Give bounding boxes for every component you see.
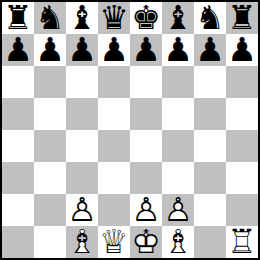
square-a7[interactable]: ♟ (2, 34, 34, 66)
white-piece-fill: ♝ (162, 226, 194, 258)
white-king-icon: ♔ (130, 226, 162, 258)
square-d7[interactable]: ♟ (98, 34, 130, 66)
piece-black-rook: ♜ (2, 2, 34, 34)
square-h5[interactable] (226, 98, 258, 130)
black-rook-icon: ♜ (2, 2, 34, 34)
square-g1[interactable] (194, 226, 226, 258)
square-d1[interactable]: ♛♕ (98, 226, 130, 258)
square-g6[interactable] (194, 66, 226, 98)
square-c3[interactable] (66, 162, 98, 194)
white-pawn-icon: ♙ (130, 194, 162, 226)
square-h8[interactable]: ♜ (226, 2, 258, 34)
piece-white-pawn: ♟♙ (130, 194, 162, 226)
piece-black-pawn: ♟ (226, 34, 258, 66)
piece-black-bishop: ♝ (66, 2, 98, 34)
square-e4[interactable] (130, 130, 162, 162)
square-f3[interactable] (162, 162, 194, 194)
white-piece-fill: ♟ (162, 194, 194, 226)
square-b3[interactable] (34, 162, 66, 194)
chess-board: ♜♞♝♛♚♝♞♜♟♟♟♟♟♟♟♟♟♙♟♙♟♙♝♗♛♕♚♔♝♗♜♖ (0, 0, 260, 260)
square-f4[interactable] (162, 130, 194, 162)
square-a8[interactable]: ♜ (2, 2, 34, 34)
white-piece-fill: ♚ (130, 226, 162, 258)
square-d6[interactable] (98, 66, 130, 98)
square-f5[interactable] (162, 98, 194, 130)
square-e5[interactable] (130, 98, 162, 130)
square-h2[interactable] (226, 194, 258, 226)
square-b1[interactable] (34, 226, 66, 258)
piece-white-pawn: ♟♙ (66, 194, 98, 226)
black-pawn-icon: ♟ (130, 34, 162, 66)
black-pawn-icon: ♟ (162, 34, 194, 66)
black-pawn-icon: ♟ (226, 34, 258, 66)
black-pawn-icon: ♟ (2, 34, 34, 66)
black-pawn-icon: ♟ (34, 34, 66, 66)
square-d4[interactable] (98, 130, 130, 162)
piece-black-knight: ♞ (34, 2, 66, 34)
white-bishop-icon: ♗ (66, 226, 98, 258)
square-a3[interactable] (2, 162, 34, 194)
square-c8[interactable]: ♝ (66, 2, 98, 34)
black-pawn-icon: ♟ (98, 34, 130, 66)
piece-black-bishop: ♝ (162, 2, 194, 34)
piece-white-queen: ♛♕ (98, 226, 130, 258)
square-g8[interactable]: ♞ (194, 2, 226, 34)
square-g4[interactable] (194, 130, 226, 162)
square-d3[interactable] (98, 162, 130, 194)
black-rook-icon: ♜ (226, 2, 258, 34)
black-knight-icon: ♞ (194, 2, 226, 34)
square-c2[interactable]: ♟♙ (66, 194, 98, 226)
piece-black-pawn: ♟ (98, 34, 130, 66)
square-f7[interactable]: ♟ (162, 34, 194, 66)
white-pawn-icon: ♙ (66, 194, 98, 226)
square-b4[interactable] (34, 130, 66, 162)
square-b5[interactable] (34, 98, 66, 130)
square-a4[interactable] (2, 130, 34, 162)
square-d2[interactable] (98, 194, 130, 226)
piece-black-rook: ♜ (226, 2, 258, 34)
piece-white-king: ♚♔ (130, 226, 162, 258)
white-pawn-icon: ♙ (162, 194, 194, 226)
piece-white-bishop: ♝♗ (162, 226, 194, 258)
piece-black-queen: ♛ (98, 2, 130, 34)
piece-black-king: ♚ (130, 2, 162, 34)
square-h4[interactable] (226, 130, 258, 162)
square-d5[interactable] (98, 98, 130, 130)
white-queen-icon: ♕ (98, 226, 130, 258)
black-pawn-icon: ♟ (194, 34, 226, 66)
black-bishop-icon: ♝ (162, 2, 194, 34)
square-a5[interactable] (2, 98, 34, 130)
square-e3[interactable] (130, 162, 162, 194)
square-b2[interactable] (34, 194, 66, 226)
square-g2[interactable] (194, 194, 226, 226)
piece-black-pawn: ♟ (130, 34, 162, 66)
piece-black-pawn: ♟ (2, 34, 34, 66)
square-b8[interactable]: ♞ (34, 2, 66, 34)
square-c5[interactable] (66, 98, 98, 130)
square-f6[interactable] (162, 66, 194, 98)
white-piece-fill: ♜ (226, 226, 258, 258)
piece-black-knight: ♞ (194, 2, 226, 34)
white-piece-fill: ♟ (130, 194, 162, 226)
piece-black-pawn: ♟ (66, 34, 98, 66)
square-h3[interactable] (226, 162, 258, 194)
black-king-icon: ♚ (130, 2, 162, 34)
square-h6[interactable] (226, 66, 258, 98)
square-g3[interactable] (194, 162, 226, 194)
square-c7[interactable]: ♟ (66, 34, 98, 66)
square-e8[interactable]: ♚ (130, 2, 162, 34)
square-a2[interactable] (2, 194, 34, 226)
square-e6[interactable] (130, 66, 162, 98)
square-b7[interactable]: ♟ (34, 34, 66, 66)
piece-white-bishop: ♝♗ (66, 226, 98, 258)
square-h7[interactable]: ♟ (226, 34, 258, 66)
black-knight-icon: ♞ (34, 2, 66, 34)
square-e7[interactable]: ♟ (130, 34, 162, 66)
square-f1[interactable]: ♝♗ (162, 226, 194, 258)
piece-black-pawn: ♟ (162, 34, 194, 66)
black-bishop-icon: ♝ (66, 2, 98, 34)
piece-white-pawn: ♟♙ (162, 194, 194, 226)
square-g7[interactable]: ♟ (194, 34, 226, 66)
square-c4[interactable] (66, 130, 98, 162)
square-a6[interactable] (2, 66, 34, 98)
white-bishop-icon: ♗ (162, 226, 194, 258)
square-f8[interactable]: ♝ (162, 2, 194, 34)
white-piece-fill: ♛ (98, 226, 130, 258)
square-c6[interactable] (66, 66, 98, 98)
white-piece-fill: ♝ (66, 226, 98, 258)
square-b6[interactable] (34, 66, 66, 98)
square-e1[interactable]: ♚♔ (130, 226, 162, 258)
white-rook-icon: ♖ (226, 226, 258, 258)
black-pawn-icon: ♟ (66, 34, 98, 66)
piece-black-pawn: ♟ (34, 34, 66, 66)
square-a1[interactable] (2, 226, 34, 258)
piece-black-pawn: ♟ (194, 34, 226, 66)
square-c1[interactable]: ♝♗ (66, 226, 98, 258)
square-e2[interactable]: ♟♙ (130, 194, 162, 226)
black-queen-icon: ♛ (98, 2, 130, 34)
white-piece-fill: ♟ (66, 194, 98, 226)
square-g5[interactable] (194, 98, 226, 130)
square-f2[interactable]: ♟♙ (162, 194, 194, 226)
square-d8[interactable]: ♛ (98, 2, 130, 34)
piece-white-rook: ♜♖ (226, 226, 258, 258)
square-h1[interactable]: ♜♖ (226, 226, 258, 258)
